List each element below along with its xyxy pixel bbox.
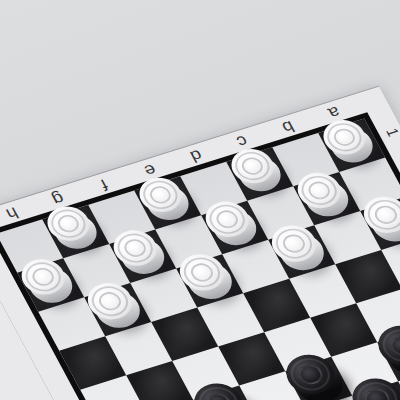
black-checker-c7[interactable] bbox=[353, 382, 400, 400]
board-photo: hgfedcba12345678 bbox=[0, 0, 400, 400]
square-c7[interactable] bbox=[352, 381, 400, 400]
board-sheet: hgfedcba12345678 bbox=[0, 87, 400, 400]
